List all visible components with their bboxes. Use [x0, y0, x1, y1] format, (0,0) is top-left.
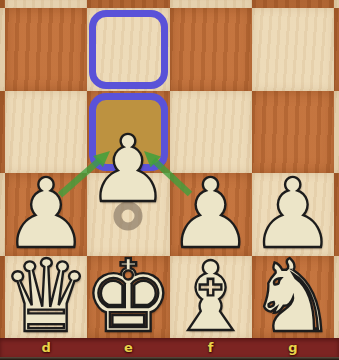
square-g5[interactable] [252, 0, 334, 8]
square-h5[interactable] [334, 0, 339, 8]
file-label-e: e [124, 340, 133, 355]
piece-white-pawn-f2[interactable]: ♟ [168, 166, 254, 262]
square-e5[interactable] [87, 0, 169, 8]
highlight-e4[interactable] [89, 10, 167, 89]
square-d5[interactable] [5, 0, 87, 8]
square-f4[interactable] [170, 8, 252, 91]
file-label-d: d [41, 340, 50, 355]
piece-white-king-e1[interactable]: ♚ [84, 247, 174, 347]
square-g4[interactable] [252, 8, 334, 91]
file-label-strip: defg [0, 338, 339, 357]
piece-white-pawn-d2[interactable]: ♟ [3, 166, 89, 262]
square-d4[interactable] [5, 8, 87, 91]
file-label-g: g [288, 340, 297, 355]
piece-white-pawn-e2[interactable]: ♟ [87, 124, 169, 216]
piece-white-pawn-g2[interactable]: ♟ [250, 166, 336, 262]
chess-board-view: ♛♚♝♞♟♟♟♟ defg [0, 0, 339, 360]
file-label-f: f [208, 340, 214, 355]
square-f5[interactable] [170, 0, 252, 8]
square-h4[interactable] [334, 8, 339, 91]
